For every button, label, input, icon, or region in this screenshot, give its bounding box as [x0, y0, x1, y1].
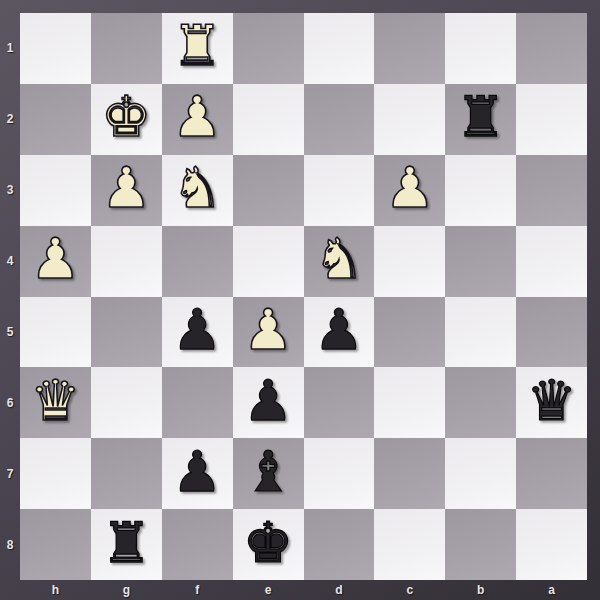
- square-b3[interactable]: [445, 155, 516, 226]
- white-knight-d4[interactable]: ♞: [314, 231, 364, 287]
- white-queen-h6[interactable]: ♛: [30, 373, 80, 429]
- square-h6[interactable]: ♛: [20, 367, 91, 438]
- square-g6[interactable]: [91, 367, 162, 438]
- rank-label-3: 3: [0, 155, 20, 226]
- black-pawn-d5[interactable]: ♟: [314, 302, 364, 358]
- square-d1[interactable]: [304, 13, 375, 84]
- white-pawn-g3[interactable]: ♟: [101, 160, 151, 216]
- square-b7[interactable]: [445, 438, 516, 509]
- file-label-c: c: [374, 580, 445, 600]
- square-f6[interactable]: [162, 367, 233, 438]
- white-knight-f3[interactable]: ♞: [172, 160, 222, 216]
- square-b1[interactable]: [445, 13, 516, 84]
- square-g2[interactable]: ♚: [91, 84, 162, 155]
- rank-label-6: 6: [0, 367, 20, 438]
- square-e4[interactable]: [233, 226, 304, 297]
- square-f5[interactable]: ♟: [162, 297, 233, 368]
- square-h2[interactable]: [20, 84, 91, 155]
- square-b5[interactable]: [445, 297, 516, 368]
- white-rook-f1[interactable]: ♜: [172, 18, 222, 74]
- square-h3[interactable]: [20, 155, 91, 226]
- file-label-h: h: [20, 580, 91, 600]
- square-d5[interactable]: ♟: [304, 297, 375, 368]
- square-b2[interactable]: ♜: [445, 84, 516, 155]
- file-label-d: d: [304, 580, 375, 600]
- white-pawn-e5[interactable]: ♟: [243, 302, 293, 358]
- chess-board: ♜♚♟♜♟♞♟♟♞♟♟♟♛♟♛♟♝♜♚: [20, 13, 587, 580]
- file-label-b: b: [445, 580, 516, 600]
- square-f8[interactable]: [162, 509, 233, 580]
- square-c5[interactable]: [374, 297, 445, 368]
- file-label-f: f: [162, 580, 233, 600]
- chess-board-frame: 12345678 ♜♚♟♜♟♞♟♟♞♟♟♟♛♟♛♟♝♜♚ hgfedcba: [0, 0, 600, 600]
- file-label-e: e: [233, 580, 304, 600]
- square-a3[interactable]: [516, 155, 587, 226]
- square-d7[interactable]: [304, 438, 375, 509]
- square-c6[interactable]: [374, 367, 445, 438]
- white-king-g2[interactable]: ♚: [101, 89, 151, 145]
- square-e6[interactable]: ♟: [233, 367, 304, 438]
- square-f2[interactable]: ♟: [162, 84, 233, 155]
- square-e2[interactable]: [233, 84, 304, 155]
- square-d4[interactable]: ♞: [304, 226, 375, 297]
- square-a6[interactable]: ♛: [516, 367, 587, 438]
- rank-label-5: 5: [0, 297, 20, 368]
- rank-label-4: 4: [0, 226, 20, 297]
- white-pawn-f2[interactable]: ♟: [172, 89, 222, 145]
- square-b6[interactable]: [445, 367, 516, 438]
- square-f7[interactable]: ♟: [162, 438, 233, 509]
- square-a1[interactable]: [516, 13, 587, 84]
- square-a5[interactable]: [516, 297, 587, 368]
- square-h5[interactable]: [20, 297, 91, 368]
- square-d3[interactable]: [304, 155, 375, 226]
- rank-label-2: 2: [0, 84, 20, 155]
- file-label-a: a: [516, 580, 587, 600]
- black-rook-b2[interactable]: ♜: [456, 89, 506, 145]
- square-a8[interactable]: [516, 509, 587, 580]
- square-c8[interactable]: [374, 509, 445, 580]
- square-a4[interactable]: [516, 226, 587, 297]
- square-h1[interactable]: [20, 13, 91, 84]
- square-h4[interactable]: ♟: [20, 226, 91, 297]
- square-g4[interactable]: [91, 226, 162, 297]
- black-queen-a6[interactable]: ♛: [526, 373, 576, 429]
- black-pawn-e6[interactable]: ♟: [243, 373, 293, 429]
- file-label-g: g: [91, 580, 162, 600]
- square-e3[interactable]: [233, 155, 304, 226]
- square-d6[interactable]: [304, 367, 375, 438]
- square-e8[interactable]: ♚: [233, 509, 304, 580]
- square-d2[interactable]: [304, 84, 375, 155]
- square-g7[interactable]: [91, 438, 162, 509]
- black-rook-g8[interactable]: ♜: [101, 515, 151, 571]
- square-c4[interactable]: [374, 226, 445, 297]
- black-pawn-f7[interactable]: ♟: [172, 444, 222, 500]
- black-bishop-e7[interactable]: ♝: [243, 444, 293, 500]
- square-h8[interactable]: [20, 509, 91, 580]
- square-d8[interactable]: [304, 509, 375, 580]
- rank-labels: 12345678: [0, 13, 20, 580]
- rank-label-1: 1: [0, 13, 20, 84]
- black-pawn-f5[interactable]: ♟: [172, 302, 222, 358]
- square-a2[interactable]: [516, 84, 587, 155]
- square-b8[interactable]: [445, 509, 516, 580]
- square-c2[interactable]: [374, 84, 445, 155]
- square-f3[interactable]: ♞: [162, 155, 233, 226]
- square-e7[interactable]: ♝: [233, 438, 304, 509]
- rank-label-8: 8: [0, 509, 20, 580]
- square-f4[interactable]: [162, 226, 233, 297]
- square-g1[interactable]: [91, 13, 162, 84]
- square-g8[interactable]: ♜: [91, 509, 162, 580]
- square-h7[interactable]: [20, 438, 91, 509]
- square-g5[interactable]: [91, 297, 162, 368]
- square-e1[interactable]: [233, 13, 304, 84]
- square-c1[interactable]: [374, 13, 445, 84]
- square-b4[interactable]: [445, 226, 516, 297]
- square-a7[interactable]: [516, 438, 587, 509]
- white-pawn-h4[interactable]: ♟: [30, 231, 80, 287]
- square-c7[interactable]: [374, 438, 445, 509]
- square-c3[interactable]: ♟: [374, 155, 445, 226]
- square-g3[interactable]: ♟: [91, 155, 162, 226]
- file-labels: hgfedcba: [20, 580, 587, 600]
- black-king-e8[interactable]: ♚: [243, 515, 293, 571]
- white-pawn-c3[interactable]: ♟: [385, 160, 435, 216]
- rank-label-7: 7: [0, 438, 20, 509]
- square-f1[interactable]: ♜: [162, 13, 233, 84]
- square-e5[interactable]: ♟: [233, 297, 304, 368]
